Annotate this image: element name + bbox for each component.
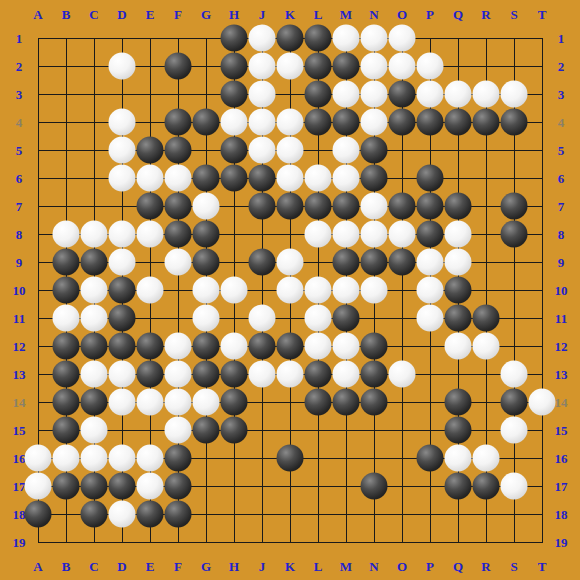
row-label-right: 18 bbox=[555, 508, 568, 521]
stone-black[interactable] bbox=[361, 473, 388, 500]
stone-white[interactable] bbox=[501, 417, 528, 444]
stone-white[interactable] bbox=[361, 221, 388, 248]
stone-white[interactable] bbox=[81, 361, 108, 388]
row-label-left: 10 bbox=[13, 284, 26, 297]
stone-white[interactable] bbox=[221, 277, 248, 304]
stone-black[interactable] bbox=[137, 137, 164, 164]
stone-white[interactable] bbox=[361, 109, 388, 136]
stone-black[interactable] bbox=[221, 81, 248, 108]
stone-white[interactable] bbox=[417, 53, 444, 80]
row-label-right: 19 bbox=[555, 536, 568, 549]
stone-black[interactable] bbox=[361, 389, 388, 416]
stone-black[interactable] bbox=[53, 417, 80, 444]
stone-white[interactable] bbox=[81, 277, 108, 304]
row-label-right: 6 bbox=[558, 172, 565, 185]
stone-white[interactable] bbox=[361, 81, 388, 108]
stone-black[interactable] bbox=[221, 417, 248, 444]
column-label-top: D bbox=[117, 8, 126, 21]
stone-white[interactable] bbox=[417, 305, 444, 332]
stone-white[interactable] bbox=[249, 137, 276, 164]
stone-white[interactable] bbox=[333, 277, 360, 304]
stone-white[interactable] bbox=[53, 221, 80, 248]
stone-black[interactable] bbox=[305, 25, 332, 52]
row-label-left: 1 bbox=[16, 32, 23, 45]
stone-white[interactable] bbox=[333, 333, 360, 360]
row-label-right: 9 bbox=[558, 256, 565, 269]
stone-black[interactable] bbox=[389, 249, 416, 276]
stone-black[interactable] bbox=[249, 333, 276, 360]
stone-black[interactable] bbox=[165, 501, 192, 528]
stone-black[interactable] bbox=[277, 333, 304, 360]
stone-white[interactable] bbox=[109, 445, 136, 472]
stone-black[interactable] bbox=[81, 249, 108, 276]
row-label-left: 9 bbox=[16, 256, 23, 269]
stone-white[interactable] bbox=[165, 417, 192, 444]
grid-line-horizontal bbox=[38, 542, 543, 543]
stone-white[interactable] bbox=[445, 221, 472, 248]
stone-white[interactable] bbox=[165, 165, 192, 192]
row-label-left: 7 bbox=[16, 200, 23, 213]
column-label-bottom: T bbox=[538, 560, 547, 573]
column-label-top: E bbox=[146, 8, 155, 21]
stone-black[interactable] bbox=[193, 333, 220, 360]
stone-black[interactable] bbox=[81, 389, 108, 416]
stone-white[interactable] bbox=[501, 361, 528, 388]
stone-white[interactable] bbox=[305, 277, 332, 304]
stone-black[interactable] bbox=[361, 249, 388, 276]
column-label-top: L bbox=[314, 8, 323, 21]
stone-black[interactable] bbox=[333, 53, 360, 80]
column-label-top: S bbox=[510, 8, 517, 21]
row-label-right: 7 bbox=[558, 200, 565, 213]
stone-black[interactable] bbox=[277, 445, 304, 472]
stone-black[interactable] bbox=[137, 193, 164, 220]
stone-white[interactable] bbox=[137, 221, 164, 248]
stone-white[interactable] bbox=[81, 417, 108, 444]
stone-white[interactable] bbox=[193, 277, 220, 304]
column-label-bottom: O bbox=[397, 560, 407, 573]
column-label-top: F bbox=[174, 8, 182, 21]
stone-white[interactable] bbox=[53, 305, 80, 332]
stone-black[interactable] bbox=[445, 473, 472, 500]
stone-black[interactable] bbox=[417, 221, 444, 248]
column-label-bottom: N bbox=[369, 560, 378, 573]
stone-black[interactable] bbox=[249, 193, 276, 220]
stone-black[interactable] bbox=[501, 109, 528, 136]
stone-white[interactable] bbox=[445, 333, 472, 360]
stone-white[interactable] bbox=[445, 445, 472, 472]
stone-black[interactable] bbox=[417, 109, 444, 136]
stone-black[interactable] bbox=[333, 305, 360, 332]
stone-white[interactable] bbox=[109, 137, 136, 164]
stone-white[interactable] bbox=[361, 193, 388, 220]
stone-white[interactable] bbox=[473, 81, 500, 108]
column-label-top: C bbox=[89, 8, 98, 21]
row-label-left: 19 bbox=[13, 536, 26, 549]
column-label-top: N bbox=[369, 8, 378, 21]
column-label-bottom: J bbox=[259, 560, 266, 573]
stone-black[interactable] bbox=[305, 81, 332, 108]
stone-black[interactable] bbox=[501, 221, 528, 248]
stone-black[interactable] bbox=[137, 361, 164, 388]
stone-black[interactable] bbox=[193, 417, 220, 444]
row-label-left: 13 bbox=[13, 368, 26, 381]
stone-black[interactable] bbox=[305, 361, 332, 388]
stone-black[interactable] bbox=[193, 109, 220, 136]
stone-black[interactable] bbox=[277, 25, 304, 52]
stone-white[interactable] bbox=[333, 221, 360, 248]
column-label-top: Q bbox=[453, 8, 463, 21]
stone-black[interactable] bbox=[165, 221, 192, 248]
stone-white[interactable] bbox=[137, 389, 164, 416]
row-label-right: 1 bbox=[558, 32, 565, 45]
stone-white[interactable] bbox=[25, 445, 52, 472]
stone-white[interactable] bbox=[473, 445, 500, 472]
column-label-bottom: M bbox=[340, 560, 352, 573]
stone-black[interactable] bbox=[137, 501, 164, 528]
stone-white[interactable] bbox=[277, 137, 304, 164]
stone-white[interactable] bbox=[137, 165, 164, 192]
stone-black[interactable] bbox=[361, 165, 388, 192]
row-label-right: 10 bbox=[555, 284, 568, 297]
stone-black[interactable] bbox=[165, 445, 192, 472]
stone-white[interactable] bbox=[249, 53, 276, 80]
stone-black[interactable] bbox=[445, 109, 472, 136]
stone-white[interactable] bbox=[277, 109, 304, 136]
stone-white[interactable] bbox=[109, 361, 136, 388]
row-label-right: 16 bbox=[555, 452, 568, 465]
stone-white[interactable] bbox=[501, 81, 528, 108]
column-label-top: M bbox=[340, 8, 352, 21]
row-label-right: 17 bbox=[555, 480, 568, 493]
stone-white[interactable] bbox=[389, 53, 416, 80]
stone-black[interactable] bbox=[221, 165, 248, 192]
stone-white[interactable] bbox=[249, 25, 276, 52]
stone-white[interactable] bbox=[109, 501, 136, 528]
stone-white[interactable] bbox=[109, 389, 136, 416]
stone-black[interactable] bbox=[389, 193, 416, 220]
stone-white[interactable] bbox=[333, 25, 360, 52]
stone-black[interactable] bbox=[333, 109, 360, 136]
stone-white[interactable] bbox=[389, 361, 416, 388]
stone-black[interactable] bbox=[277, 193, 304, 220]
stone-black[interactable] bbox=[501, 193, 528, 220]
row-label-right: 2 bbox=[558, 60, 565, 73]
stone-black[interactable] bbox=[361, 333, 388, 360]
column-label-bottom: C bbox=[89, 560, 98, 573]
stone-black[interactable] bbox=[109, 473, 136, 500]
stone-white[interactable] bbox=[109, 249, 136, 276]
stone-white[interactable] bbox=[137, 277, 164, 304]
stone-white[interactable] bbox=[221, 109, 248, 136]
row-label-left: 4 bbox=[16, 116, 23, 129]
stone-white[interactable] bbox=[81, 221, 108, 248]
row-label-right: 11 bbox=[555, 312, 567, 325]
stone-white[interactable] bbox=[305, 305, 332, 332]
stone-black[interactable] bbox=[473, 109, 500, 136]
stone-black[interactable] bbox=[305, 193, 332, 220]
stone-black[interactable] bbox=[473, 473, 500, 500]
stone-black[interactable] bbox=[109, 333, 136, 360]
stone-black[interactable] bbox=[361, 137, 388, 164]
column-label-top: K bbox=[285, 8, 295, 21]
stone-white[interactable] bbox=[221, 333, 248, 360]
column-label-bottom: G bbox=[201, 560, 211, 573]
column-label-bottom: A bbox=[33, 560, 42, 573]
column-label-top: R bbox=[481, 8, 490, 21]
stone-black[interactable] bbox=[165, 109, 192, 136]
stone-black[interactable] bbox=[445, 193, 472, 220]
column-label-bottom: P bbox=[426, 560, 434, 573]
stone-black[interactable] bbox=[53, 249, 80, 276]
stone-white[interactable] bbox=[249, 361, 276, 388]
column-label-bottom: R bbox=[481, 560, 490, 573]
column-label-top: B bbox=[62, 8, 71, 21]
stone-black[interactable] bbox=[417, 193, 444, 220]
stone-white[interactable] bbox=[305, 333, 332, 360]
stone-black[interactable] bbox=[305, 53, 332, 80]
stone-white[interactable] bbox=[333, 361, 360, 388]
stone-black[interactable] bbox=[389, 81, 416, 108]
stone-black[interactable] bbox=[333, 249, 360, 276]
column-label-bottom: Q bbox=[453, 560, 463, 573]
stone-white[interactable] bbox=[109, 221, 136, 248]
grid-line-vertical bbox=[542, 38, 543, 543]
stone-white[interactable] bbox=[361, 25, 388, 52]
column-label-bottom: H bbox=[229, 560, 239, 573]
stone-black[interactable] bbox=[193, 165, 220, 192]
stone-white[interactable] bbox=[333, 137, 360, 164]
stone-black[interactable] bbox=[417, 445, 444, 472]
stone-white[interactable] bbox=[361, 53, 388, 80]
stone-black[interactable] bbox=[417, 165, 444, 192]
stone-black[interactable] bbox=[333, 389, 360, 416]
stone-black[interactable] bbox=[109, 305, 136, 332]
stone-black[interactable] bbox=[53, 473, 80, 500]
column-label-bottom: K bbox=[285, 560, 295, 573]
stone-white[interactable] bbox=[305, 221, 332, 248]
column-label-bottom: E bbox=[146, 560, 155, 573]
stone-white[interactable] bbox=[389, 25, 416, 52]
stone-black[interactable] bbox=[53, 389, 80, 416]
row-label-left: 6 bbox=[16, 172, 23, 185]
stone-black[interactable] bbox=[81, 473, 108, 500]
stone-white[interactable] bbox=[165, 249, 192, 276]
stone-white[interactable] bbox=[417, 81, 444, 108]
stone-white[interactable] bbox=[53, 445, 80, 472]
stone-black[interactable] bbox=[473, 305, 500, 332]
stone-black[interactable] bbox=[53, 361, 80, 388]
row-label-left: 5 bbox=[16, 144, 23, 157]
column-label-top: A bbox=[33, 8, 42, 21]
stone-white[interactable] bbox=[109, 53, 136, 80]
stone-white[interactable] bbox=[361, 277, 388, 304]
stone-black[interactable] bbox=[165, 137, 192, 164]
row-label-right: 14 bbox=[555, 396, 568, 409]
column-label-bottom: D bbox=[117, 560, 126, 573]
stone-black[interactable] bbox=[193, 361, 220, 388]
row-label-right: 13 bbox=[555, 368, 568, 381]
stone-black[interactable] bbox=[193, 249, 220, 276]
row-label-right: 12 bbox=[555, 340, 568, 353]
row-label-right: 8 bbox=[558, 228, 565, 241]
stone-black[interactable] bbox=[221, 53, 248, 80]
row-label-right: 15 bbox=[555, 424, 568, 437]
column-label-top: G bbox=[201, 8, 211, 21]
stone-black[interactable] bbox=[165, 53, 192, 80]
stone-black[interactable] bbox=[165, 473, 192, 500]
column-label-top: J bbox=[259, 8, 266, 21]
stone-black[interactable] bbox=[333, 193, 360, 220]
stone-white[interactable] bbox=[333, 165, 360, 192]
go-board[interactable]: AABBCCDDEEFFGGHHJJKKLLMMNNOOPPQQRRSSTT11… bbox=[0, 0, 580, 580]
stone-black[interactable] bbox=[81, 501, 108, 528]
stone-black[interactable] bbox=[445, 417, 472, 444]
stone-black[interactable] bbox=[81, 333, 108, 360]
stone-black[interactable] bbox=[221, 361, 248, 388]
column-label-bottom: L bbox=[314, 560, 323, 573]
stone-white[interactable] bbox=[193, 389, 220, 416]
stone-white[interactable] bbox=[277, 277, 304, 304]
row-label-right: 3 bbox=[558, 88, 565, 101]
column-label-bottom: B bbox=[62, 560, 71, 573]
stone-white[interactable] bbox=[445, 249, 472, 276]
stone-white[interactable] bbox=[81, 305, 108, 332]
stone-white[interactable] bbox=[249, 109, 276, 136]
stone-white[interactable] bbox=[249, 81, 276, 108]
stone-white[interactable] bbox=[109, 165, 136, 192]
stone-white[interactable] bbox=[193, 305, 220, 332]
stone-white[interactable] bbox=[165, 389, 192, 416]
stone-black[interactable] bbox=[249, 249, 276, 276]
column-label-top: H bbox=[229, 8, 239, 21]
stone-white[interactable] bbox=[277, 249, 304, 276]
column-label-bottom: F bbox=[174, 560, 182, 573]
stone-black[interactable] bbox=[361, 361, 388, 388]
stone-white[interactable] bbox=[109, 109, 136, 136]
row-label-left: 11 bbox=[13, 312, 25, 325]
row-label-left: 12 bbox=[13, 340, 26, 353]
stone-black[interactable] bbox=[249, 165, 276, 192]
column-label-bottom: S bbox=[510, 560, 517, 573]
row-label-right: 4 bbox=[558, 116, 565, 129]
row-label-left: 15 bbox=[13, 424, 26, 437]
stone-black[interactable] bbox=[53, 277, 80, 304]
stone-black[interactable] bbox=[389, 109, 416, 136]
stone-black[interactable] bbox=[305, 109, 332, 136]
stone-white[interactable] bbox=[277, 361, 304, 388]
stone-black[interactable] bbox=[445, 277, 472, 304]
stone-black[interactable] bbox=[25, 501, 52, 528]
row-label-left: 2 bbox=[16, 60, 23, 73]
stone-black[interactable] bbox=[221, 389, 248, 416]
stone-white[interactable] bbox=[137, 445, 164, 472]
stone-white[interactable] bbox=[529, 389, 556, 416]
stone-white[interactable] bbox=[417, 249, 444, 276]
stone-black[interactable] bbox=[501, 389, 528, 416]
row-label-left: 3 bbox=[16, 88, 23, 101]
stone-white[interactable] bbox=[333, 81, 360, 108]
column-label-top: T bbox=[538, 8, 547, 21]
row-label-left: 14 bbox=[13, 396, 26, 409]
stone-white[interactable] bbox=[389, 221, 416, 248]
stone-black[interactable] bbox=[221, 137, 248, 164]
stone-black[interactable] bbox=[305, 389, 332, 416]
stone-black[interactable] bbox=[445, 305, 472, 332]
stone-white[interactable] bbox=[165, 333, 192, 360]
stone-black[interactable] bbox=[221, 25, 248, 52]
stone-white[interactable] bbox=[277, 53, 304, 80]
stone-black[interactable] bbox=[109, 277, 136, 304]
row-label-right: 5 bbox=[558, 144, 565, 157]
stone-black[interactable] bbox=[137, 333, 164, 360]
stone-white[interactable] bbox=[25, 473, 52, 500]
stone-white[interactable] bbox=[501, 473, 528, 500]
stone-white[interactable] bbox=[305, 165, 332, 192]
stone-white[interactable] bbox=[137, 473, 164, 500]
stone-white[interactable] bbox=[165, 361, 192, 388]
stone-white[interactable] bbox=[417, 277, 444, 304]
stone-black[interactable] bbox=[165, 193, 192, 220]
column-label-top: O bbox=[397, 8, 407, 21]
stone-white[interactable] bbox=[277, 165, 304, 192]
stone-white[interactable] bbox=[81, 445, 108, 472]
stone-black[interactable] bbox=[53, 333, 80, 360]
stone-white[interactable] bbox=[445, 81, 472, 108]
stone-white[interactable] bbox=[249, 305, 276, 332]
stone-black[interactable] bbox=[193, 221, 220, 248]
stone-white[interactable] bbox=[473, 333, 500, 360]
row-label-left: 8 bbox=[16, 228, 23, 241]
column-label-top: P bbox=[426, 8, 434, 21]
stone-white[interactable] bbox=[193, 193, 220, 220]
stone-black[interactable] bbox=[445, 389, 472, 416]
